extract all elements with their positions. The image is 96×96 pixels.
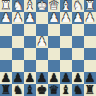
square-g6[interactable] bbox=[12, 60, 24, 72]
white-bishop: ♝ bbox=[61, 0, 72, 12]
square-f2[interactable]: ♟ bbox=[24, 12, 36, 24]
black-king: ♚ bbox=[37, 84, 48, 96]
white-pawn: ♟ bbox=[61, 12, 72, 24]
square-e8[interactable]: ♚ bbox=[36, 84, 48, 96]
square-g3[interactable] bbox=[12, 24, 24, 36]
square-g5[interactable] bbox=[12, 48, 24, 60]
square-f7[interactable]: ♟ bbox=[24, 72, 36, 84]
square-d7[interactable]: ♟ bbox=[48, 72, 60, 84]
square-e4[interactable]: ♟ bbox=[36, 36, 48, 48]
square-b6[interactable] bbox=[72, 60, 84, 72]
square-f8[interactable]: ♝ bbox=[24, 84, 36, 96]
square-g7[interactable]: ♟ bbox=[12, 72, 24, 84]
square-b5[interactable] bbox=[72, 48, 84, 60]
black-bishop: ♝ bbox=[61, 84, 72, 96]
square-c7[interactable]: ♟ bbox=[60, 72, 72, 84]
square-h5[interactable] bbox=[0, 48, 12, 60]
square-h2[interactable]: ♟ bbox=[0, 12, 12, 24]
square-g1[interactable]: ♞ bbox=[12, 0, 24, 12]
square-e2[interactable] bbox=[36, 12, 48, 24]
square-h3[interactable] bbox=[0, 24, 12, 36]
square-a1[interactable]: ♜ bbox=[84, 0, 96, 12]
square-g8[interactable]: ♞ bbox=[12, 84, 24, 96]
white-pawn: ♟ bbox=[13, 12, 24, 24]
white-knight: ♞ bbox=[73, 0, 84, 12]
square-e1[interactable]: ♚ bbox=[36, 0, 48, 12]
square-c2[interactable]: ♟ bbox=[60, 12, 72, 24]
square-c8[interactable]: ♝ bbox=[60, 84, 72, 96]
white-queen: ♛ bbox=[49, 0, 60, 12]
black-pawn: ♟ bbox=[1, 72, 12, 84]
chess-board: ♜♞♝♚♛♝♞♜♟♟♟♟♟♟♟♟♟♟♟♟♟♟♟♟♜♞♝♚♛♝♞♜ bbox=[0, 0, 96, 96]
square-d3[interactable] bbox=[48, 24, 60, 36]
square-d1[interactable]: ♛ bbox=[48, 0, 60, 12]
black-pawn: ♟ bbox=[13, 72, 24, 84]
square-g4[interactable] bbox=[12, 36, 24, 48]
white-pawn: ♟ bbox=[73, 12, 84, 24]
square-c3[interactable] bbox=[60, 24, 72, 36]
square-f6[interactable] bbox=[24, 60, 36, 72]
square-h1[interactable]: ♜ bbox=[0, 0, 12, 12]
square-e7[interactable]: ♟ bbox=[36, 72, 48, 84]
white-pawn: ♟ bbox=[1, 12, 12, 24]
square-b8[interactable]: ♞ bbox=[72, 84, 84, 96]
square-b7[interactable]: ♟ bbox=[72, 72, 84, 84]
white-rook: ♜ bbox=[1, 0, 12, 12]
square-b1[interactable]: ♞ bbox=[72, 0, 84, 12]
white-pawn: ♟ bbox=[25, 12, 36, 24]
square-f4[interactable] bbox=[24, 36, 36, 48]
black-rook: ♜ bbox=[85, 84, 96, 96]
black-pawn: ♟ bbox=[61, 72, 72, 84]
square-c5[interactable] bbox=[60, 48, 72, 60]
square-h8[interactable]: ♜ bbox=[0, 84, 12, 96]
black-pawn: ♟ bbox=[37, 72, 48, 84]
square-e5[interactable] bbox=[36, 48, 48, 60]
square-c1[interactable]: ♝ bbox=[60, 0, 72, 12]
white-pawn: ♟ bbox=[85, 12, 96, 24]
square-f3[interactable] bbox=[24, 24, 36, 36]
black-rook: ♜ bbox=[1, 84, 12, 96]
white-king: ♚ bbox=[37, 0, 48, 12]
square-c4[interactable] bbox=[60, 36, 72, 48]
square-d6[interactable] bbox=[48, 60, 60, 72]
white-pawn: ♟ bbox=[37, 36, 48, 48]
square-a8[interactable]: ♜ bbox=[84, 84, 96, 96]
square-h6[interactable] bbox=[0, 60, 12, 72]
square-h4[interactable] bbox=[0, 36, 12, 48]
square-b3[interactable] bbox=[72, 24, 84, 36]
black-pawn: ♟ bbox=[49, 72, 60, 84]
white-knight: ♞ bbox=[13, 0, 24, 12]
black-pawn: ♟ bbox=[25, 72, 36, 84]
square-c6[interactable] bbox=[60, 60, 72, 72]
square-f5[interactable] bbox=[24, 48, 36, 60]
black-knight: ♞ bbox=[13, 84, 24, 96]
white-rook: ♜ bbox=[85, 0, 96, 12]
square-a6[interactable] bbox=[84, 60, 96, 72]
square-b4[interactable] bbox=[72, 36, 84, 48]
square-a7[interactable]: ♟ bbox=[84, 72, 96, 84]
square-d4[interactable] bbox=[48, 36, 60, 48]
square-a3[interactable] bbox=[84, 24, 96, 36]
square-a5[interactable] bbox=[84, 48, 96, 60]
black-pawn: ♟ bbox=[73, 72, 84, 84]
square-g2[interactable]: ♟ bbox=[12, 12, 24, 24]
square-d8[interactable]: ♛ bbox=[48, 84, 60, 96]
white-pawn: ♟ bbox=[49, 12, 60, 24]
square-e3[interactable] bbox=[36, 24, 48, 36]
black-knight: ♞ bbox=[73, 84, 84, 96]
white-bishop: ♝ bbox=[25, 0, 36, 12]
square-b2[interactable]: ♟ bbox=[72, 12, 84, 24]
square-h7[interactable]: ♟ bbox=[0, 72, 12, 84]
square-a4[interactable] bbox=[84, 36, 96, 48]
square-d2[interactable]: ♟ bbox=[48, 12, 60, 24]
square-a2[interactable]: ♟ bbox=[84, 12, 96, 24]
black-queen: ♛ bbox=[49, 84, 60, 96]
black-bishop: ♝ bbox=[25, 84, 36, 96]
black-pawn: ♟ bbox=[85, 72, 96, 84]
square-d5[interactable] bbox=[48, 48, 60, 60]
square-e6[interactable] bbox=[36, 60, 48, 72]
square-f1[interactable]: ♝ bbox=[24, 0, 36, 12]
